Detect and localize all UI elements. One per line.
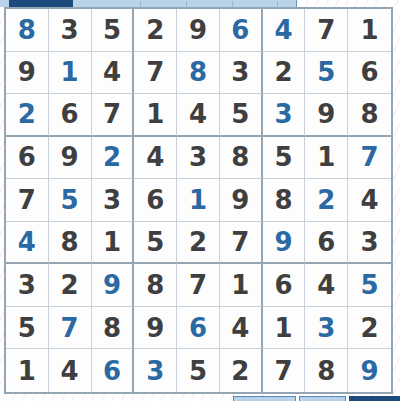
- sudoku-cell-r8c8[interactable]: 3: [305, 307, 348, 350]
- sudoku-cell-r6c6[interactable]: 7: [220, 222, 263, 265]
- sudoku-cell-r3c8[interactable]: 9: [305, 94, 348, 137]
- sudoku-cell-r7c1[interactable]: 3: [6, 264, 49, 307]
- sudoku-cell-r4c2[interactable]: 9: [49, 137, 92, 180]
- sudoku-cell-r9c3[interactable]: 6: [92, 349, 135, 392]
- sudoku-cell-r8c9[interactable]: 2: [348, 307, 391, 350]
- sudoku-cell-r5c2[interactable]: 5: [49, 179, 92, 222]
- sudoku-cell-r2c8[interactable]: 5: [305, 52, 348, 95]
- sudoku-cell-r2c3[interactable]: 4: [92, 52, 135, 95]
- sudoku-cell-r1c3[interactable]: 5: [92, 9, 135, 52]
- sudoku-cell-r2c5[interactable]: 8: [177, 52, 220, 95]
- sudoku-cell-r6c9[interactable]: 3: [348, 222, 391, 265]
- sudoku-cell-r7c4[interactable]: 8: [134, 264, 177, 307]
- toolbar-accent-block[interactable]: [9, 0, 73, 7]
- toolbar-strip: [0, 0, 297, 7]
- sudoku-cell-r5c8[interactable]: 2: [305, 179, 348, 222]
- sudoku-cell-r4c5[interactable]: 3: [177, 137, 220, 180]
- sudoku-cell-r9c4[interactable]: 3: [134, 349, 177, 392]
- sudoku-cell-r7c9[interactable]: 5: [348, 264, 391, 307]
- sudoku-cell-r5c5[interactable]: 1: [177, 179, 220, 222]
- sudoku-cell-r3c9[interactable]: 8: [348, 94, 391, 137]
- sudoku-cell-r9c2[interactable]: 4: [49, 349, 92, 392]
- bottom-button-strip: [0, 396, 400, 401]
- bottom-button[interactable]: [233, 396, 296, 401]
- sudoku-cell-r7c5[interactable]: 7: [177, 264, 220, 307]
- sudoku-cell-r7c7[interactable]: 6: [263, 264, 306, 307]
- sudoku-cell-r8c3[interactable]: 8: [92, 307, 135, 350]
- sudoku-cell-r9c5[interactable]: 5: [177, 349, 220, 392]
- sudoku-cell-r1c5[interactable]: 9: [177, 9, 220, 52]
- sudoku-cell-r5c4[interactable]: 6: [134, 179, 177, 222]
- sudoku-board: 8352964719147832562671453986924385177536…: [4, 7, 393, 394]
- sudoku-cell-r7c3[interactable]: 9: [92, 264, 135, 307]
- sudoku-cell-r4c4[interactable]: 4: [134, 137, 177, 180]
- sudoku-cell-r5c3[interactable]: 3: [92, 179, 135, 222]
- sudoku-cell-r3c3[interactable]: 7: [92, 94, 135, 137]
- sudoku-cell-r2c2[interactable]: 1: [49, 52, 92, 95]
- sudoku-cell-r9c8[interactable]: 8: [305, 349, 348, 392]
- sudoku-cell-r2c1[interactable]: 9: [6, 52, 49, 95]
- sudoku-cell-r1c4[interactable]: 2: [134, 9, 177, 52]
- sudoku-cell-r5c7[interactable]: 8: [263, 179, 306, 222]
- sudoku-cell-r5c1[interactable]: 7: [6, 179, 49, 222]
- sudoku-cell-r3c5[interactable]: 4: [177, 94, 220, 137]
- sudoku-cell-r7c6[interactable]: 1: [220, 264, 263, 307]
- sudoku-cell-r8c1[interactable]: 5: [6, 307, 49, 350]
- sudoku-cell-r2c4[interactable]: 7: [134, 52, 177, 95]
- sudoku-cell-r6c1[interactable]: 4: [6, 222, 49, 265]
- sudoku-cell-r3c7[interactable]: 3: [263, 94, 306, 137]
- sudoku-cell-r3c4[interactable]: 1: [134, 94, 177, 137]
- sudoku-cell-r6c8[interactable]: 6: [305, 222, 348, 265]
- sudoku-cell-r4c3[interactable]: 2: [92, 137, 135, 180]
- sudoku-cell-r3c1[interactable]: 2: [6, 94, 49, 137]
- sudoku-cell-r8c6[interactable]: 4: [220, 307, 263, 350]
- sudoku-cell-r1c7[interactable]: 4: [263, 9, 306, 52]
- sudoku-cell-r7c2[interactable]: 2: [49, 264, 92, 307]
- sudoku-cell-r1c8[interactable]: 7: [305, 9, 348, 52]
- sudoku-cell-r1c1[interactable]: 8: [6, 9, 49, 52]
- bottom-button[interactable]: [299, 396, 346, 401]
- sudoku-cell-r2c9[interactable]: 6: [348, 52, 391, 95]
- sudoku-cell-r6c2[interactable]: 8: [49, 222, 92, 265]
- sudoku-cell-r4c1[interactable]: 6: [6, 137, 49, 180]
- sudoku-cell-r5c6[interactable]: 9: [220, 179, 263, 222]
- sudoku-cell-r8c2[interactable]: 7: [49, 307, 92, 350]
- sudoku-cell-r4c7[interactable]: 5: [263, 137, 306, 180]
- sudoku-cell-r2c7[interactable]: 2: [263, 52, 306, 95]
- sudoku-cell-r8c7[interactable]: 1: [263, 307, 306, 350]
- sudoku-cell-r9c9[interactable]: 9: [348, 349, 391, 392]
- sudoku-cell-r4c9[interactable]: 7: [348, 137, 391, 180]
- sudoku-cell-r1c2[interactable]: 3: [49, 9, 92, 52]
- sudoku-cell-r3c6[interactable]: 5: [220, 94, 263, 137]
- sudoku-cell-r8c4[interactable]: 9: [134, 307, 177, 350]
- sudoku-cell-r2c6[interactable]: 3: [220, 52, 263, 95]
- sudoku-cell-r6c5[interactable]: 2: [177, 222, 220, 265]
- sudoku-cell-r1c6[interactable]: 6: [220, 9, 263, 52]
- sudoku-cell-r7c8[interactable]: 4: [305, 264, 348, 307]
- sudoku-cell-r9c6[interactable]: 2: [220, 349, 263, 392]
- sudoku-cell-r9c1[interactable]: 1: [6, 349, 49, 392]
- sudoku-cell-r1c9[interactable]: 1: [348, 9, 391, 52]
- sudoku-cell-r6c4[interactable]: 5: [134, 222, 177, 265]
- sudoku-cell-r3c2[interactable]: 6: [49, 94, 92, 137]
- sudoku-cell-r9c7[interactable]: 7: [263, 349, 306, 392]
- sudoku-cell-r6c3[interactable]: 1: [92, 222, 135, 265]
- sudoku-cell-r5c9[interactable]: 4: [348, 179, 391, 222]
- sudoku-cell-r4c8[interactable]: 1: [305, 137, 348, 180]
- bottom-button-active[interactable]: [349, 396, 400, 401]
- sudoku-cell-r6c7[interactable]: 9: [263, 222, 306, 265]
- sudoku-cell-r4c6[interactable]: 8: [220, 137, 263, 180]
- sudoku-cell-r8c5[interactable]: 6: [177, 307, 220, 350]
- app-window: 8352964719147832562671453986924385177536…: [0, 0, 400, 401]
